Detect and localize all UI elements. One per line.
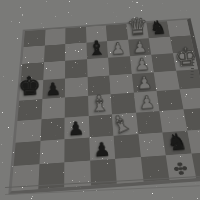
square-a8 (24, 30, 46, 47)
piece-white-bishop: ♝ (89, 92, 110, 115)
square-g2: ♞ (162, 131, 191, 156)
square-b5: ♟ (42, 79, 65, 100)
square-a7 (22, 46, 44, 64)
piece-black-knight: ♞ (149, 18, 167, 38)
square-f5: ♟ (132, 72, 157, 92)
square-b2 (39, 139, 65, 164)
square-c6 (65, 59, 87, 78)
square-e2 (113, 134, 140, 159)
square-e5 (109, 74, 133, 94)
square-a2 (14, 141, 40, 166)
square-c5 (65, 77, 88, 97)
chessboard-photo: ♛♞♝♟♟♟♚♚♟♟♝♟♟♝♟♞ (0, 0, 200, 200)
square-c3: ♟ (65, 116, 89, 139)
square-a4 (17, 99, 42, 121)
square-c8 (65, 27, 86, 44)
piece-black-pawn: ♟ (92, 139, 110, 159)
square-f4: ♟ (134, 91, 160, 113)
square-h2 (187, 129, 200, 154)
piece-white-queen: ♛ (126, 15, 149, 40)
piece-white-pawn: ♟ (134, 56, 150, 74)
square-h3 (183, 108, 200, 131)
piece-black-pawn: ♟ (45, 80, 62, 98)
chess-board: ♛♞♝♟♟♟♚♚♟♟♝♟♟♝♟♞ (8, 18, 200, 195)
square-g7 (149, 37, 173, 55)
square-a6 (21, 62, 44, 81)
square-d5 (87, 75, 110, 95)
square-c2 (64, 138, 89, 163)
square-b4 (41, 98, 65, 120)
square-b3 (40, 118, 65, 141)
square-h5 (176, 69, 200, 89)
square-f6: ♟ (130, 55, 154, 74)
square-c4 (65, 96, 89, 118)
piece-white-pawn: ♟ (110, 40, 126, 57)
square-a3 (16, 119, 41, 142)
square-g6 (151, 53, 176, 72)
square-e8 (106, 24, 128, 41)
square-d3 (88, 114, 113, 137)
piece-black-pawn: ♟ (67, 119, 85, 138)
square-f2 (138, 132, 166, 157)
square-f8: ♛ (126, 23, 149, 40)
square-e3: ♝ (112, 113, 138, 136)
square-d4: ♝ (88, 94, 112, 116)
square-h8 (167, 20, 191, 37)
square-b6 (43, 61, 65, 80)
piece-white-pawn: ♟ (132, 39, 148, 56)
square-f3 (136, 111, 163, 134)
square-e7: ♟ (107, 40, 130, 58)
square-f7: ♟ (128, 38, 151, 56)
square-h4 (179, 88, 200, 110)
piece-black-knight: ♞ (166, 130, 188, 154)
square-e6 (108, 56, 131, 75)
board-corner-rosette (173, 162, 188, 175)
square-d8 (86, 26, 107, 43)
square-d7: ♝ (86, 41, 108, 59)
square-h7 (170, 35, 195, 53)
square-g5 (154, 71, 180, 91)
square-a5: ♚ (19, 80, 43, 101)
square-e4 (111, 93, 136, 115)
square-c7 (65, 43, 86, 61)
square-b7 (44, 44, 66, 62)
square-h1 (191, 152, 200, 178)
piece-white-pawn: ♟ (138, 93, 155, 112)
square-d2: ♟ (89, 136, 115, 161)
square-b8 (44, 28, 65, 45)
square-d6 (87, 58, 110, 77)
square-g8: ♞ (146, 21, 169, 38)
piece-white-pawn: ♟ (136, 74, 153, 92)
